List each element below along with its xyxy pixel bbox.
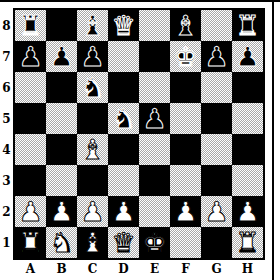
window-frame-right-line xyxy=(272,0,274,280)
square-e4[interactable] xyxy=(139,134,170,165)
black-bishop-f8[interactable]: ♝ xyxy=(173,10,197,41)
square-f1[interactable] xyxy=(170,227,201,258)
file-label-h: H xyxy=(232,261,263,276)
square-b7[interactable]: ♟ xyxy=(46,41,77,72)
black-rook-h8[interactable]: ♜ xyxy=(235,10,259,41)
black-queen-d8[interactable]: ♛ xyxy=(111,10,135,41)
white-pawn-f2[interactable]: ♟ xyxy=(173,196,197,227)
square-a7[interactable]: ♟ xyxy=(15,41,46,72)
black-pawn-g7[interactable]: ♟ xyxy=(204,41,228,72)
square-e1[interactable]: ♚ xyxy=(139,227,170,258)
square-e2[interactable] xyxy=(139,196,170,227)
square-h8[interactable]: ♜ xyxy=(232,10,263,41)
square-c8[interactable]: ♝ xyxy=(77,10,108,41)
square-d6[interactable] xyxy=(108,72,139,103)
square-c2[interactable]: ♟ xyxy=(77,196,108,227)
white-bishop-c1[interactable]: ♝ xyxy=(80,227,104,258)
white-pawn-b2[interactable]: ♟ xyxy=(49,196,73,227)
square-c7[interactable]: ♟ xyxy=(77,41,108,72)
square-f6[interactable] xyxy=(170,72,201,103)
file-label-a: A xyxy=(15,261,46,276)
white-knight-b1[interactable]: ♞ xyxy=(49,227,73,258)
white-pawn-d2[interactable]: ♟ xyxy=(111,196,135,227)
square-f2[interactable]: ♟ xyxy=(170,196,201,227)
square-f4[interactable] xyxy=(170,134,201,165)
rank-label-8: 8 xyxy=(0,10,13,41)
square-h6[interactable] xyxy=(232,72,263,103)
square-a6[interactable] xyxy=(15,72,46,103)
black-pawn-b7[interactable]: ♟ xyxy=(49,41,73,72)
rank-label-7: 7 xyxy=(0,41,13,72)
white-pawn-h2[interactable]: ♟ xyxy=(235,196,259,227)
square-g1[interactable] xyxy=(201,227,232,258)
square-h4[interactable] xyxy=(232,134,263,165)
square-d3[interactable] xyxy=(108,165,139,196)
white-pawn-g2[interactable]: ♟ xyxy=(204,196,228,227)
black-knight-d5[interactable]: ♞ xyxy=(111,103,135,134)
square-f8[interactable]: ♝ xyxy=(170,10,201,41)
square-h3[interactable] xyxy=(232,165,263,196)
square-a2[interactable]: ♟ xyxy=(15,196,46,227)
square-d8[interactable]: ♛ xyxy=(108,10,139,41)
square-c6[interactable]: ♞ xyxy=(77,72,108,103)
white-pawn-a2[interactable]: ♟ xyxy=(18,196,42,227)
white-rook-a1[interactable]: ♜ xyxy=(18,227,42,258)
square-b2[interactable]: ♟ xyxy=(46,196,77,227)
square-g8[interactable] xyxy=(201,10,232,41)
square-g2[interactable]: ♟ xyxy=(201,196,232,227)
rank-label-4: 4 xyxy=(0,134,13,165)
square-c1[interactable]: ♝ xyxy=(77,227,108,258)
square-a4[interactable] xyxy=(15,134,46,165)
square-f3[interactable] xyxy=(170,165,201,196)
chess-board[interactable]: ♜♝♛♝♜♟♟♟♚♟♟♞♞♟♝♟♟♟♟♟♟♟♜♞♝♛♚♜ xyxy=(13,8,265,260)
file-label-d: D xyxy=(108,261,139,276)
square-e8[interactable] xyxy=(139,10,170,41)
square-e6[interactable] xyxy=(139,72,170,103)
white-king-e1[interactable]: ♚ xyxy=(142,227,166,258)
square-b8[interactable] xyxy=(46,10,77,41)
square-a1[interactable]: ♜ xyxy=(15,227,46,258)
square-h7[interactable]: ♟ xyxy=(232,41,263,72)
rank-label-6: 6 xyxy=(0,72,13,103)
square-g3[interactable] xyxy=(201,165,232,196)
square-b5[interactable] xyxy=(46,103,77,134)
black-pawn-c7[interactable]: ♟ xyxy=(80,41,104,72)
file-label-e: E xyxy=(139,261,170,276)
square-b6[interactable] xyxy=(46,72,77,103)
window-frame-top-line xyxy=(0,0,280,2)
rank-label-2: 2 xyxy=(0,196,13,227)
file-labels: ABCDEFGH xyxy=(15,261,263,276)
square-g5[interactable] xyxy=(201,103,232,134)
square-h2[interactable]: ♟ xyxy=(232,196,263,227)
file-label-b: B xyxy=(46,261,77,276)
square-c5[interactable] xyxy=(77,103,108,134)
white-rook-h1[interactable]: ♜ xyxy=(235,227,259,258)
square-h1[interactable]: ♜ xyxy=(232,227,263,258)
white-bishop-c4[interactable]: ♝ xyxy=(80,134,104,165)
square-f7[interactable]: ♚ xyxy=(170,41,201,72)
white-queen-d1[interactable]: ♛ xyxy=(111,227,135,258)
square-c3[interactable] xyxy=(77,165,108,196)
black-pawn-a7[interactable]: ♟ xyxy=(18,41,42,72)
file-label-f: F xyxy=(170,261,201,276)
rank-labels: 87654321 xyxy=(0,10,13,258)
black-king-f7[interactable]: ♚ xyxy=(173,41,197,72)
square-a8[interactable]: ♜ xyxy=(15,10,46,41)
square-d2[interactable]: ♟ xyxy=(108,196,139,227)
square-a5[interactable] xyxy=(15,103,46,134)
square-e3[interactable] xyxy=(139,165,170,196)
square-g7[interactable]: ♟ xyxy=(201,41,232,72)
black-pawn-e5[interactable]: ♟ xyxy=(142,103,166,134)
rank-label-1: 1 xyxy=(0,227,13,258)
black-knight-c6[interactable]: ♞ xyxy=(80,72,104,103)
rank-label-5: 5 xyxy=(0,103,13,134)
rank-label-3: 3 xyxy=(0,165,13,196)
black-bishop-c8[interactable]: ♝ xyxy=(80,10,104,41)
square-g4[interactable] xyxy=(201,134,232,165)
square-c4[interactable]: ♝ xyxy=(77,134,108,165)
square-b4[interactable] xyxy=(46,134,77,165)
square-d4[interactable] xyxy=(108,134,139,165)
square-b1[interactable]: ♞ xyxy=(46,227,77,258)
square-d5[interactable]: ♞ xyxy=(108,103,139,134)
file-label-g: G xyxy=(201,261,232,276)
square-f5[interactable] xyxy=(170,103,201,134)
square-g6[interactable] xyxy=(201,72,232,103)
square-e5[interactable]: ♟ xyxy=(139,103,170,134)
file-label-c: C xyxy=(77,261,108,276)
square-a3[interactable] xyxy=(15,165,46,196)
square-e7[interactable] xyxy=(139,41,170,72)
chess-app-window: 87654321 ♜♝♛♝♜♟♟♟♚♟♟♞♞♟♝♟♟♟♟♟♟♟♜♞♝♛♚♜ AB… xyxy=(0,0,280,280)
black-rook-a8[interactable]: ♜ xyxy=(18,10,42,41)
square-d7[interactable] xyxy=(108,41,139,72)
white-pawn-c2[interactable]: ♟ xyxy=(80,196,104,227)
square-d1[interactable]: ♛ xyxy=(108,227,139,258)
square-b3[interactable] xyxy=(46,165,77,196)
black-pawn-h7[interactable]: ♟ xyxy=(235,41,259,72)
square-h5[interactable] xyxy=(232,103,263,134)
